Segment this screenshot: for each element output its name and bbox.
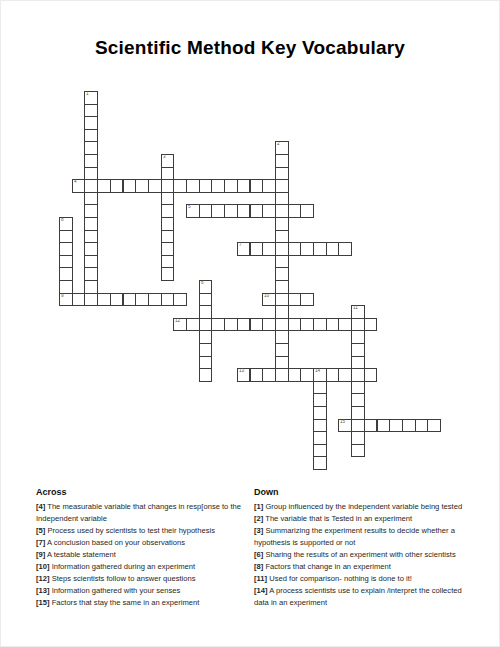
- cell-number: 6: [201, 281, 204, 286]
- grid-cell[interactable]: [427, 419, 441, 433]
- cell-number: 10: [264, 294, 269, 299]
- grid-cell[interactable]: [300, 204, 314, 218]
- grid-cell[interactable]: [313, 431, 327, 445]
- grid-cell[interactable]: [84, 230, 98, 244]
- grid-cell[interactable]: [313, 419, 327, 433]
- grid-cell[interactable]: 10: [262, 293, 276, 307]
- grid-cell[interactable]: [173, 293, 187, 307]
- grid-cell[interactable]: [313, 406, 327, 420]
- grid-cell[interactable]: [148, 293, 162, 307]
- grid-cell[interactable]: [250, 318, 264, 332]
- clue-number: [11]: [254, 574, 267, 583]
- grid-cell[interactable]: [275, 293, 289, 307]
- grid-cell[interactable]: [351, 318, 365, 332]
- grid-cell[interactable]: [84, 104, 98, 118]
- cell-number: 9: [61, 294, 64, 299]
- grid-cell[interactable]: [351, 330, 365, 344]
- grid-cell[interactable]: [364, 368, 378, 382]
- across-clue-7: [7] A conclusion based on your observati…: [36, 537, 248, 549]
- grid-cell[interactable]: [211, 318, 225, 332]
- grid-cell[interactable]: [351, 343, 365, 357]
- grid-cell[interactable]: [351, 419, 365, 433]
- grid-cell[interactable]: [224, 204, 238, 218]
- grid-cell[interactable]: [84, 179, 98, 193]
- cell-number: 8: [61, 218, 64, 223]
- grid-cell[interactable]: [275, 368, 289, 382]
- clue-number: [10]: [36, 562, 50, 571]
- grid-cell[interactable]: [326, 242, 340, 256]
- grid-cell[interactable]: [84, 167, 98, 181]
- grid-cell[interactable]: [275, 280, 289, 294]
- grid-cell[interactable]: [275, 330, 289, 344]
- down-header: Down: [254, 487, 470, 497]
- cell-number: 13: [239, 369, 244, 374]
- clue-number: [13]: [36, 586, 50, 595]
- grid-cell[interactable]: 14: [313, 368, 327, 382]
- grid-cell[interactable]: [224, 179, 238, 193]
- grid-cell[interactable]: [351, 393, 365, 407]
- clue-number: [2]: [254, 514, 263, 523]
- clue-number: [9]: [36, 550, 45, 559]
- grid-cell[interactable]: 4: [72, 179, 86, 193]
- down-clue-6: [6] Sharing the results of an experiment…: [254, 549, 470, 561]
- across-clue-4: [4] The measurable variable that changes…: [36, 501, 248, 525]
- grid-cell[interactable]: [211, 204, 225, 218]
- grid-cell[interactable]: [313, 393, 327, 407]
- grid-cell[interactable]: [161, 293, 175, 307]
- grid-cell[interactable]: [275, 267, 289, 281]
- grid-cell[interactable]: [389, 419, 403, 433]
- grid-cell[interactable]: [326, 318, 340, 332]
- grid-cell[interactable]: [262, 179, 276, 193]
- grid-cell[interactable]: [97, 293, 111, 307]
- grid-cell[interactable]: [84, 192, 98, 206]
- grid-cell[interactable]: [199, 330, 213, 344]
- grid-cell[interactable]: [351, 406, 365, 420]
- across-list: [4] The measurable variable that changes…: [36, 501, 248, 609]
- grid-cell[interactable]: [300, 242, 314, 256]
- grid-cell[interactable]: [84, 280, 98, 294]
- across-header: Across: [36, 487, 248, 497]
- clue-number: [15]: [36, 598, 50, 607]
- grid-cell[interactable]: [377, 419, 391, 433]
- grid-cell[interactable]: [275, 343, 289, 357]
- clue-number: [12]: [36, 574, 50, 583]
- grid-cell[interactable]: [173, 179, 187, 193]
- grid-cell[interactable]: [161, 217, 175, 231]
- cell-number: 14: [315, 369, 320, 374]
- grid-cell[interactable]: [313, 444, 327, 458]
- clue-number: [7]: [36, 538, 45, 547]
- grid-cell[interactable]: [338, 318, 352, 332]
- across-clue-5: [5] Process used by scientists to test t…: [36, 525, 248, 537]
- grid-cell[interactable]: [313, 318, 327, 332]
- grid-cell[interactable]: [300, 293, 314, 307]
- down-clue-8: [8] Factors that change in an experiment: [254, 561, 470, 573]
- grid-cell[interactable]: [275, 204, 289, 218]
- grid-cell[interactable]: [161, 230, 175, 244]
- grid-cell[interactable]: [123, 179, 137, 193]
- grid-cell[interactable]: [300, 368, 314, 382]
- grid-cell[interactable]: [237, 318, 251, 332]
- grid-cell[interactable]: [250, 179, 264, 193]
- across-clues-section: Across [4] The measurable variable that …: [36, 487, 248, 609]
- grid-cell[interactable]: [402, 419, 416, 433]
- grid-cell[interactable]: [161, 179, 175, 193]
- grid-cell[interactable]: [199, 204, 213, 218]
- cell-number: 2: [277, 142, 280, 147]
- grid-cell[interactable]: [199, 318, 213, 332]
- cell-number: 3: [163, 155, 166, 160]
- grid-cell[interactable]: [250, 368, 264, 382]
- grid-cell[interactable]: [84, 141, 98, 155]
- grid-cell[interactable]: [59, 280, 73, 294]
- cell-number: 12: [175, 319, 180, 324]
- grid-cell[interactable]: [148, 179, 162, 193]
- clue-number: [8]: [254, 562, 263, 571]
- grid-cell[interactable]: [211, 179, 225, 193]
- grid-cell[interactable]: 5: [186, 204, 200, 218]
- clue-number: [3]: [254, 526, 263, 535]
- grid-cell[interactable]: [84, 204, 98, 218]
- grid-cell[interactable]: [84, 154, 98, 168]
- grid-cell[interactable]: [199, 293, 213, 307]
- grid-cell[interactable]: [351, 356, 365, 370]
- grid-cell[interactable]: [199, 179, 213, 193]
- grid-cell[interactable]: [97, 179, 111, 193]
- grid-cell[interactable]: [351, 431, 365, 445]
- grid-cell[interactable]: 3: [161, 154, 175, 168]
- grid-cell[interactable]: [313, 381, 327, 395]
- cell-number: 15: [340, 420, 345, 425]
- cell-number: 4: [74, 180, 77, 185]
- grid-cell[interactable]: [275, 179, 289, 193]
- grid-cell[interactable]: [275, 217, 289, 231]
- grid-cell[interactable]: [161, 267, 175, 281]
- grid-cell[interactable]: [59, 255, 73, 269]
- grid-cell[interactable]: [288, 293, 302, 307]
- clue-number: [6]: [254, 550, 263, 559]
- grid-cell[interactable]: [161, 204, 175, 218]
- grid-cell[interactable]: [262, 318, 276, 332]
- grid-cell[interactable]: 8: [59, 217, 73, 231]
- grid-cell[interactable]: [300, 318, 314, 332]
- grid-cell[interactable]: [275, 318, 289, 332]
- grid-cell[interactable]: [275, 230, 289, 244]
- across-clue-13: [13] Information gathered with your sens…: [36, 585, 248, 597]
- grid-cell[interactable]: [199, 305, 213, 319]
- grid-cell[interactable]: [338, 242, 352, 256]
- grid-cell[interactable]: [110, 179, 124, 193]
- grid-cell[interactable]: [288, 318, 302, 332]
- down-clue-3: [3] Summarizing the experiment results t…: [254, 525, 470, 549]
- grid-cell[interactable]: [59, 267, 73, 281]
- grid-cell[interactable]: [338, 368, 352, 382]
- grid-cell[interactable]: [288, 242, 302, 256]
- down-clue-2: [2] The variable that is Tested in an ex…: [254, 513, 470, 525]
- worksheet-page: Scientific Method Key Vocabulary 1234587…: [0, 0, 500, 647]
- grid-cell[interactable]: [275, 356, 289, 370]
- grid-cell[interactable]: [351, 368, 365, 382]
- down-clue-14: [14] A process scientists use to explain…: [254, 585, 470, 609]
- grid-cell[interactable]: 1: [84, 91, 98, 105]
- cell-number: 7: [239, 243, 242, 248]
- grid-cell[interactable]: 9: [59, 293, 73, 307]
- grid-cell[interactable]: [262, 242, 276, 256]
- grid-cell[interactable]: 7: [237, 242, 251, 256]
- grid-cell[interactable]: 15: [338, 419, 352, 433]
- grid-cell[interactable]: [84, 255, 98, 269]
- grid-cell[interactable]: [123, 293, 137, 307]
- grid-cell[interactable]: [161, 167, 175, 181]
- clue-number: [4]: [36, 502, 45, 511]
- across-clue-9: [9] A testable statement: [36, 549, 248, 561]
- cell-number: 1: [86, 92, 89, 97]
- grid-cell[interactable]: [135, 293, 149, 307]
- grid-cell[interactable]: [186, 318, 200, 332]
- across-clue-12: [12] Steps scientists follow to answer q…: [36, 573, 248, 585]
- grid-cell[interactable]: [84, 129, 98, 143]
- grid-cell[interactable]: [250, 204, 264, 218]
- grid-cell[interactable]: [351, 444, 365, 458]
- grid-cell[interactable]: [364, 419, 378, 433]
- crossword-grid: 123458769101112131415: [59, 91, 441, 470]
- grid-cell[interactable]: [275, 192, 289, 206]
- grid-cell[interactable]: [84, 116, 98, 130]
- grid-cell[interactable]: [364, 318, 378, 332]
- grid-cell[interactable]: [262, 204, 276, 218]
- grid-cell[interactable]: [313, 456, 327, 470]
- grid-cell[interactable]: [161, 192, 175, 206]
- grid-cell[interactable]: [237, 204, 251, 218]
- grid-cell[interactable]: [84, 242, 98, 256]
- grid-cell[interactable]: [199, 356, 213, 370]
- grid-cell[interactable]: [275, 167, 289, 181]
- grid-cell[interactable]: [84, 267, 98, 281]
- grid-cell[interactable]: [59, 242, 73, 256]
- grid-cell[interactable]: [237, 179, 251, 193]
- grid-cell[interactable]: [275, 242, 289, 256]
- down-list: [1] Group influenced by the independent …: [254, 501, 470, 609]
- grid-cell[interactable]: 11: [351, 305, 365, 319]
- grid-cell[interactable]: [135, 179, 149, 193]
- grid-cell[interactable]: [84, 217, 98, 231]
- grid-cell[interactable]: [161, 242, 175, 256]
- grid-cell[interactable]: [224, 318, 238, 332]
- grid-cell[interactable]: [262, 368, 276, 382]
- down-clues-section: Down [1] Group influenced by the indepen…: [254, 487, 470, 609]
- grid-cell[interactable]: [199, 343, 213, 357]
- grid-cell[interactable]: 13: [237, 368, 251, 382]
- cell-number: 5: [188, 205, 191, 210]
- down-clue-1: [1] Group influenced by the independent …: [254, 501, 470, 513]
- grid-cell[interactable]: [415, 419, 429, 433]
- page-title: Scientific Method Key Vocabulary: [1, 37, 499, 59]
- grid-cell[interactable]: [351, 381, 365, 395]
- grid-cell[interactable]: [186, 179, 200, 193]
- grid-cell[interactable]: [275, 305, 289, 319]
- grid-cell[interactable]: [288, 204, 302, 218]
- grid-cell[interactable]: [84, 293, 98, 307]
- grid-cell[interactable]: [161, 255, 175, 269]
- grid-cell[interactable]: [326, 368, 340, 382]
- clue-number: [14]: [254, 586, 268, 595]
- down-clue-11: [11] Used for comparison- nothing is don…: [254, 573, 470, 585]
- grid-cell[interactable]: [72, 293, 86, 307]
- grid-cell[interactable]: 6: [199, 280, 213, 294]
- grid-cell[interactable]: [275, 255, 289, 269]
- grid-cell[interactable]: 2: [275, 141, 289, 155]
- grid-cell[interactable]: [250, 242, 264, 256]
- clue-number: [1]: [254, 502, 263, 511]
- grid-cell[interactable]: [59, 230, 73, 244]
- cell-number: 11: [353, 306, 358, 311]
- across-clue-15: [15] Factors that stay the same in an ex…: [36, 597, 248, 609]
- grid-cell[interactable]: 12: [173, 318, 187, 332]
- grid-cell[interactable]: [275, 154, 289, 168]
- clue-number: [5]: [36, 526, 45, 535]
- grid-cell[interactable]: [110, 293, 124, 307]
- grid-cell[interactable]: [288, 368, 302, 382]
- grid-cell[interactable]: [313, 242, 327, 256]
- grid-cell[interactable]: [199, 368, 213, 382]
- across-clue-10: [10] Information gathered during an expe…: [36, 561, 248, 573]
